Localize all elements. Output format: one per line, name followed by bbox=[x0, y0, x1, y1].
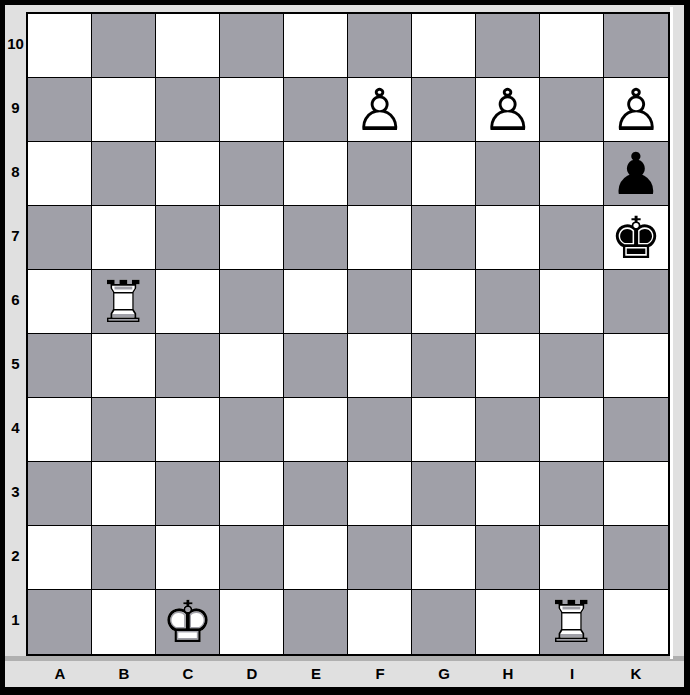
square-k8[interactable]: ♟ bbox=[604, 142, 668, 206]
square-g3[interactable] bbox=[412, 462, 476, 526]
square-e2[interactable] bbox=[284, 526, 348, 590]
white-pawn-outline: ♙ bbox=[348, 78, 411, 141]
square-g9[interactable] bbox=[412, 78, 476, 142]
square-g4[interactable] bbox=[412, 398, 476, 462]
square-d10[interactable] bbox=[220, 14, 284, 78]
square-e3[interactable] bbox=[284, 462, 348, 526]
square-e7[interactable] bbox=[284, 206, 348, 270]
square-a2[interactable] bbox=[28, 526, 92, 590]
square-c5[interactable] bbox=[156, 334, 220, 398]
square-h2[interactable] bbox=[476, 526, 540, 590]
file-label-k: K bbox=[604, 661, 668, 687]
square-k9[interactable]: ♟♙ bbox=[604, 78, 668, 142]
square-a4[interactable] bbox=[28, 398, 92, 462]
black-pawn-glyph: ♟ bbox=[604, 142, 668, 205]
square-i2[interactable] bbox=[540, 526, 604, 590]
square-i5[interactable] bbox=[540, 334, 604, 398]
square-d6[interactable] bbox=[220, 270, 284, 334]
square-c6[interactable] bbox=[156, 270, 220, 334]
square-b2[interactable] bbox=[92, 526, 156, 590]
square-k2[interactable] bbox=[604, 526, 668, 590]
square-c9[interactable] bbox=[156, 78, 220, 142]
file-label-e: E bbox=[284, 661, 348, 687]
white-pawn-outline: ♙ bbox=[476, 78, 539, 141]
square-b4[interactable] bbox=[92, 398, 156, 462]
file-label-d: D bbox=[220, 661, 284, 687]
square-a9[interactable] bbox=[28, 78, 92, 142]
black-king-glyph: ♚ bbox=[604, 206, 668, 269]
white-pawn[interactable]: ♟♙ bbox=[604, 78, 668, 141]
square-f7[interactable] bbox=[348, 206, 412, 270]
board-highlight-bevel bbox=[670, 7, 673, 659]
rank-label-2: 2 bbox=[5, 524, 26, 588]
white-pawn[interactable]: ♟♙ bbox=[348, 78, 411, 141]
square-a1[interactable] bbox=[28, 590, 92, 654]
file-label-i: I bbox=[540, 661, 604, 687]
square-d5[interactable] bbox=[220, 334, 284, 398]
white-pawn[interactable]: ♟♙ bbox=[476, 78, 539, 141]
rank-label-7: 7 bbox=[5, 204, 26, 268]
square-b9[interactable] bbox=[92, 78, 156, 142]
file-label-h: H bbox=[476, 661, 540, 687]
square-b5[interactable] bbox=[92, 334, 156, 398]
square-e4[interactable] bbox=[284, 398, 348, 462]
square-d3[interactable] bbox=[220, 462, 284, 526]
square-a8[interactable] bbox=[28, 142, 92, 206]
square-b10[interactable] bbox=[92, 14, 156, 78]
file-label-c: C bbox=[156, 661, 220, 687]
file-label-a: A bbox=[28, 661, 92, 687]
square-i3[interactable] bbox=[540, 462, 604, 526]
square-b3[interactable] bbox=[92, 462, 156, 526]
square-b7[interactable] bbox=[92, 206, 156, 270]
square-h10[interactable] bbox=[476, 14, 540, 78]
square-i10[interactable] bbox=[540, 14, 604, 78]
game-window: ♟♙♟♙♟♙♟♚♜♖♚♔♜♖ 10987654321 ABCDEFGHIK bbox=[0, 0, 690, 695]
square-f2[interactable] bbox=[348, 526, 412, 590]
square-g1[interactable] bbox=[412, 590, 476, 654]
square-e5[interactable] bbox=[284, 334, 348, 398]
square-b6[interactable]: ♜♖ bbox=[92, 270, 156, 334]
white-rook-outline: ♖ bbox=[540, 590, 603, 654]
square-a7[interactable] bbox=[28, 206, 92, 270]
square-c8[interactable] bbox=[156, 142, 220, 206]
white-rook[interactable]: ♜♖ bbox=[92, 270, 155, 333]
square-g6[interactable] bbox=[412, 270, 476, 334]
square-h6[interactable] bbox=[476, 270, 540, 334]
square-c2[interactable] bbox=[156, 526, 220, 590]
square-d4[interactable] bbox=[220, 398, 284, 462]
square-a6[interactable] bbox=[28, 270, 92, 334]
square-b8[interactable] bbox=[92, 142, 156, 206]
board-panel: ♟♙♟♙♟♙♟♚♜♖♚♔♜♖ 10987654321 ABCDEFGHIK bbox=[5, 5, 684, 687]
square-c1[interactable]: ♚♔ bbox=[156, 590, 220, 654]
square-k1[interactable] bbox=[604, 590, 668, 654]
file-label-g: G bbox=[412, 661, 476, 687]
square-i4[interactable] bbox=[540, 398, 604, 462]
square-f6[interactable] bbox=[348, 270, 412, 334]
square-k10[interactable] bbox=[604, 14, 668, 78]
square-e8[interactable] bbox=[284, 142, 348, 206]
square-k7[interactable]: ♚ bbox=[604, 206, 668, 270]
rank-label-6: 6 bbox=[5, 268, 26, 332]
square-e9[interactable] bbox=[284, 78, 348, 142]
square-g10[interactable] bbox=[412, 14, 476, 78]
square-d7[interactable] bbox=[220, 206, 284, 270]
black-pawn[interactable]: ♟ bbox=[604, 142, 668, 205]
square-g7[interactable] bbox=[412, 206, 476, 270]
file-label-f: F bbox=[348, 661, 412, 687]
square-k5[interactable] bbox=[604, 334, 668, 398]
white-rook[interactable]: ♜♖ bbox=[540, 590, 603, 654]
square-d9[interactable] bbox=[220, 78, 284, 142]
square-f1[interactable] bbox=[348, 590, 412, 654]
square-k6[interactable] bbox=[604, 270, 668, 334]
square-h7[interactable] bbox=[476, 206, 540, 270]
square-i1[interactable]: ♜♖ bbox=[540, 590, 604, 654]
chess-board: ♟♙♟♙♟♙♟♚♜♖♚♔♜♖ bbox=[26, 12, 670, 656]
square-f10[interactable] bbox=[348, 14, 412, 78]
square-d8[interactable] bbox=[220, 142, 284, 206]
file-labels: ABCDEFGHIK bbox=[28, 661, 668, 687]
rank-label-5: 5 bbox=[5, 332, 26, 396]
file-label-b: B bbox=[92, 661, 156, 687]
rank-label-10: 10 bbox=[5, 12, 26, 76]
square-f5[interactable] bbox=[348, 334, 412, 398]
square-c3[interactable] bbox=[156, 462, 220, 526]
rank-label-4: 4 bbox=[5, 396, 26, 460]
square-c4[interactable] bbox=[156, 398, 220, 462]
rank-label-1: 1 bbox=[5, 588, 26, 652]
square-a5[interactable] bbox=[28, 334, 92, 398]
square-i6[interactable] bbox=[540, 270, 604, 334]
rank-labels: 10987654321 bbox=[5, 12, 26, 652]
white-pawn-outline: ♙ bbox=[604, 78, 668, 141]
square-b1[interactable] bbox=[92, 590, 156, 654]
square-d2[interactable] bbox=[220, 526, 284, 590]
square-i8[interactable] bbox=[540, 142, 604, 206]
square-d1[interactable] bbox=[220, 590, 284, 654]
square-f3[interactable] bbox=[348, 462, 412, 526]
square-f8[interactable] bbox=[348, 142, 412, 206]
square-f9[interactable]: ♟♙ bbox=[348, 78, 412, 142]
white-king[interactable]: ♚♔ bbox=[156, 590, 219, 654]
square-c7[interactable] bbox=[156, 206, 220, 270]
rank-label-8: 8 bbox=[5, 140, 26, 204]
square-h1[interactable] bbox=[476, 590, 540, 654]
square-e1[interactable] bbox=[284, 590, 348, 654]
square-g2[interactable] bbox=[412, 526, 476, 590]
square-f4[interactable] bbox=[348, 398, 412, 462]
square-h5[interactable] bbox=[476, 334, 540, 398]
rank-label-3: 3 bbox=[5, 460, 26, 524]
square-a3[interactable] bbox=[28, 462, 92, 526]
square-k4[interactable] bbox=[604, 398, 668, 462]
black-king[interactable]: ♚ bbox=[604, 206, 668, 269]
square-g5[interactable] bbox=[412, 334, 476, 398]
square-i7[interactable] bbox=[540, 206, 604, 270]
white-king-outline: ♔ bbox=[156, 590, 219, 654]
white-rook-outline: ♖ bbox=[92, 270, 155, 333]
square-h4[interactable] bbox=[476, 398, 540, 462]
square-g8[interactable] bbox=[412, 142, 476, 206]
square-k3[interactable] bbox=[604, 462, 668, 526]
square-h3[interactable] bbox=[476, 462, 540, 526]
square-e10[interactable] bbox=[284, 14, 348, 78]
square-h8[interactable] bbox=[476, 142, 540, 206]
square-i9[interactable] bbox=[540, 78, 604, 142]
square-a10[interactable] bbox=[28, 14, 92, 78]
square-h9[interactable]: ♟♙ bbox=[476, 78, 540, 142]
rank-label-9: 9 bbox=[5, 76, 26, 140]
square-c10[interactable] bbox=[156, 14, 220, 78]
square-e6[interactable] bbox=[284, 270, 348, 334]
